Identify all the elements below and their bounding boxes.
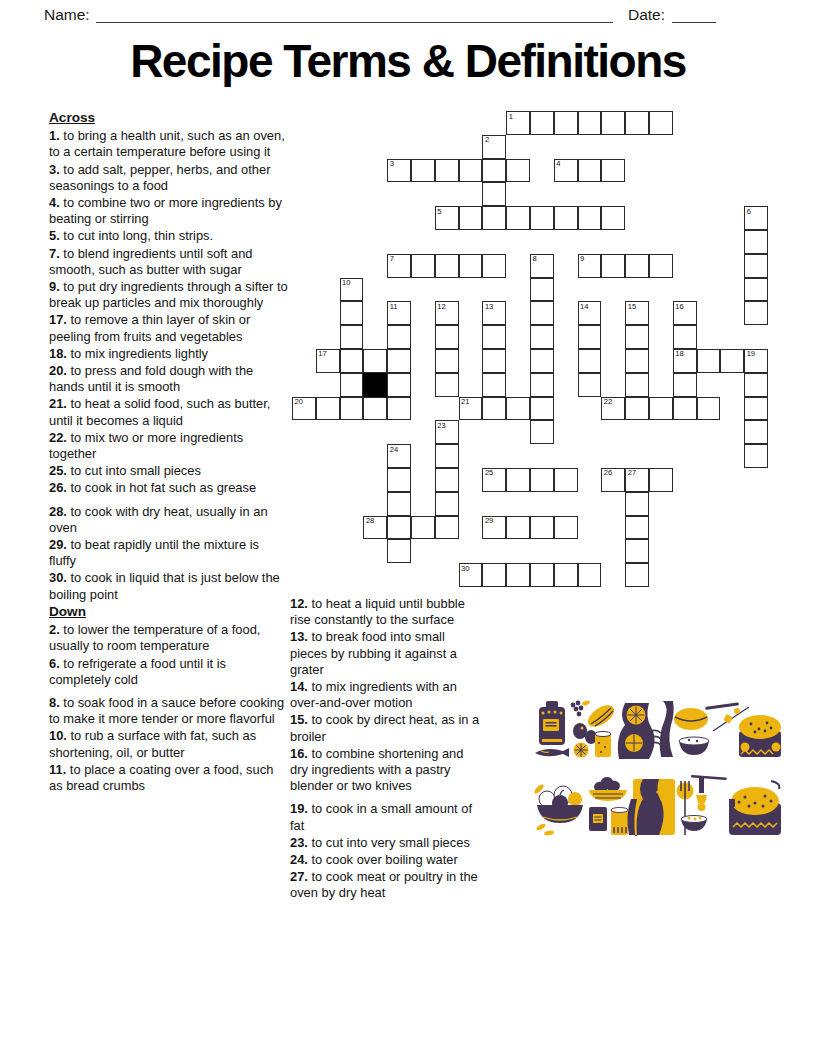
grid-cell-12-9[interactable] (506, 397, 530, 421)
grid-cell-6-14[interactable] (625, 254, 649, 278)
clue-across-26: 26. to cook in hot fat such as grease (49, 480, 289, 496)
grid-cell-4-19[interactable]: 6 (744, 206, 768, 230)
grid-cell-17-6[interactable] (435, 516, 459, 540)
clue-number-label: 20. (49, 363, 67, 378)
clue-number-label: 23. (290, 835, 308, 850)
grid-cell-6-13[interactable] (601, 254, 625, 278)
down-heading: Down (49, 604, 289, 620)
cell-number: 17 (318, 350, 326, 358)
grid-cell-12-15[interactable] (649, 397, 673, 421)
grid-cell-4-12[interactable] (578, 206, 602, 230)
cell-number: 29 (485, 517, 493, 525)
clue-number-label: 25. (49, 463, 67, 478)
cell-number: 7 (390, 255, 394, 263)
grid-cell-10-2[interactable] (340, 349, 364, 373)
clue-column-middle: 12. to heat a liquid until bubble rise c… (290, 596, 480, 903)
grid-cell-10-17[interactable] (697, 349, 721, 373)
clue-down-8: 8. to soak food in a sauce before cookin… (49, 695, 289, 727)
clue-across-7: 7. to blend ingredients until soft and s… (49, 246, 289, 278)
cell-number: 24 (390, 446, 398, 454)
grid-cell-5-19[interactable] (744, 230, 768, 254)
grid-cell-15-13[interactable]: 26 (601, 468, 625, 492)
black-cell-11-3 (363, 373, 387, 397)
grid-cell-4-11[interactable] (554, 206, 578, 230)
grid-cell-17-3[interactable]: 28 (363, 516, 387, 540)
clue-down-11: 11. to place a coating over a food, such… (49, 762, 289, 794)
clue-number-label: 8. (49, 695, 60, 710)
grid-cell-14-6[interactable] (435, 444, 459, 468)
grid-cell-19-10[interactable] (530, 563, 554, 587)
clue-number-label: 6. (49, 656, 60, 671)
clue-down-2: 2. to lower the temperature of a food, u… (49, 622, 289, 654)
grid-cell-2-8[interactable] (482, 159, 506, 183)
clue-across-28: 28. to cook with dry heat, usually in an… (49, 504, 289, 536)
grid-cell-11-16[interactable] (673, 373, 697, 397)
cell-number: 26 (604, 469, 612, 477)
grid-cell-12-16[interactable] (673, 397, 697, 421)
grid-cell-4-6[interactable]: 5 (435, 206, 459, 230)
clue-number-label: 2. (49, 622, 60, 637)
grid-cell-17-10[interactable] (530, 516, 554, 540)
crossword-grid: 1234567891011121314151617181920212223242… (292, 111, 768, 587)
grid-cell-15-10[interactable] (530, 468, 554, 492)
clue-down-15: 15. to cook by direct heat, as in a broi… (290, 712, 480, 744)
clue-column-left: Across 1. to bring a health unit, such a… (49, 110, 289, 795)
grid-cell-17-8[interactable]: 29 (482, 516, 506, 540)
clue-across-5: 5. to cut into long, thin strips. (49, 228, 289, 244)
cell-number: 14 (580, 303, 588, 311)
grid-cell-7-2[interactable]: 10 (340, 278, 364, 302)
cell-number: 16 (675, 303, 683, 311)
cell-number: 4 (556, 160, 560, 168)
clue-down-14: 14. to mix ingredients with an over-and-… (290, 679, 480, 711)
grid-cell-3-8[interactable] (482, 182, 506, 206)
clue-number-label: 19. (290, 801, 308, 816)
grid-cell-10-16[interactable]: 18 (673, 349, 697, 373)
grid-cell-4-9[interactable] (506, 206, 530, 230)
cell-number: 21 (461, 398, 469, 406)
grid-cell-15-8[interactable]: 25 (482, 468, 506, 492)
grid-cell-12-13[interactable]: 22 (601, 397, 625, 421)
grid-cell-12-7[interactable]: 21 (459, 397, 483, 421)
grid-cell-6-10[interactable]: 8 (530, 254, 554, 278)
grid-cell-19-11[interactable] (554, 563, 578, 587)
clue-across-30: 30. to cook in liquid that is just below… (49, 570, 289, 602)
grid-cell-16-14[interactable] (625, 492, 649, 516)
grid-cell-0-13[interactable] (601, 111, 625, 135)
grid-cell-15-6[interactable] (435, 468, 459, 492)
grid-cell-10-3[interactable] (363, 349, 387, 373)
clue-number-label: 14. (290, 679, 308, 694)
down-clue-list-left: 2. to lower the temperature of a food, u… (49, 622, 289, 794)
grid-cell-6-4[interactable]: 7 (387, 254, 411, 278)
cell-number: 13 (485, 303, 493, 311)
grid-cell-0-9[interactable]: 1 (506, 111, 530, 135)
clue-number-label: 24. (290, 852, 308, 867)
down-clue-list-middle: 12. to heat a liquid until bubble rise c… (290, 596, 480, 902)
grid-cell-12-10[interactable] (530, 397, 554, 421)
grid-cell-17-14[interactable] (625, 516, 649, 540)
clue-down-10: 10. to rub a surface with fat, such as s… (49, 728, 289, 760)
grid-cell-17-11[interactable] (554, 516, 578, 540)
clue-number-label: 16. (290, 746, 308, 761)
grid-cell-10-1[interactable]: 17 (316, 349, 340, 373)
grid-cell-10-12[interactable] (578, 349, 602, 373)
clue-across-25: 25. to cut into small pieces (49, 463, 289, 479)
grid-cell-14-19[interactable] (744, 444, 768, 468)
clue-down-13: 13. to break food into small pieces by r… (290, 629, 480, 678)
clue-down-24: 24. to cook over boiling water (290, 852, 480, 868)
grid-cell-7-19[interactable] (744, 278, 768, 302)
grid-cell-15-15[interactable] (649, 468, 673, 492)
grid-cell-15-9[interactable] (506, 468, 530, 492)
grid-cell-9-2[interactable] (340, 325, 364, 349)
clue-number-label: 12. (290, 596, 308, 611)
clue-number-label: 26. (49, 480, 67, 495)
grid-cell-12-2[interactable] (340, 397, 364, 421)
clue-down-19: 19. to cook in a small amount of fat (290, 801, 480, 833)
grid-cell-12-4[interactable] (387, 397, 411, 421)
grid-cell-9-14[interactable] (625, 325, 649, 349)
grid-cell-10-4[interactable] (387, 349, 411, 373)
cell-number: 27 (628, 469, 636, 477)
clue-number-label: 17. (49, 312, 67, 327)
grid-cell-12-1[interactable] (316, 397, 340, 421)
grid-cell-11-6[interactable] (435, 373, 459, 397)
grid-cell-8-19[interactable] (744, 301, 768, 325)
grid-cell-12-17[interactable] (697, 397, 721, 421)
grid-cell-12-14[interactable] (625, 397, 649, 421)
clue-across-29: 29. to beat rapidly until the mixture is… (49, 537, 289, 569)
grid-cell-8-6[interactable]: 12 (435, 301, 459, 325)
grid-cell-0-15[interactable] (649, 111, 673, 135)
grid-cell-17-4[interactable] (387, 516, 411, 540)
grid-cell-7-10[interactable] (530, 278, 554, 302)
clue-across-4: 4. to combine two or more ingredients by… (49, 195, 289, 227)
grid-cell-6-15[interactable] (649, 254, 673, 278)
clue-across-17: 17. to remove a thin layer of skin or pe… (49, 312, 289, 344)
grid-cell-2-13[interactable] (601, 159, 625, 183)
clue-across-3: 3. to add salt, pepper, herbs, and other… (49, 162, 289, 194)
grid-cell-8-10[interactable] (530, 301, 554, 325)
illustration-band-top (535, 700, 781, 759)
grid-cell-6-12[interactable]: 9 (578, 254, 602, 278)
clue-down-23: 23. to cut into very small pieces (290, 835, 480, 851)
page-title: Recipe Terms & Definitions (0, 36, 816, 87)
clue-number-label: 27. (290, 869, 308, 884)
clue-number-label: 7. (49, 246, 60, 261)
clue-number-label: 3. (49, 162, 60, 177)
kitchen-illustration (533, 697, 781, 840)
grid-cell-15-14[interactable]: 27 (625, 468, 649, 492)
cell-number: 20 (295, 398, 303, 406)
cell-number: 6 (747, 208, 751, 216)
grid-cell-2-12[interactable] (578, 159, 602, 183)
grid-cell-11-14[interactable] (625, 373, 649, 397)
grid-cell-6-6[interactable] (435, 254, 459, 278)
clue-number-label: 28. (49, 504, 67, 519)
grid-cell-8-16[interactable]: 16 (673, 301, 697, 325)
grid-cell-9-6[interactable] (435, 325, 459, 349)
cell-number: 8 (532, 255, 536, 263)
grid-cell-8-14[interactable]: 15 (625, 301, 649, 325)
clue-down-12: 12. to heat a liquid until bubble rise c… (290, 596, 480, 628)
clue-down-16: 16. to combine shortening and dry ingred… (290, 746, 480, 795)
clue-number-label: 18. (49, 346, 67, 361)
grid-cell-9-12[interactable] (578, 325, 602, 349)
grid-cell-8-12[interactable]: 14 (578, 301, 602, 325)
clue-across-18: 18. to mix ingredients lightly (49, 346, 289, 362)
grid-cell-2-6[interactable] (435, 159, 459, 183)
clue-across-21: 21. to heat a solid food, such as butter… (49, 396, 289, 428)
clue-across-20: 20. to press and fold dough with the han… (49, 363, 289, 395)
clue-number-label: 22. (49, 430, 67, 445)
grid-cell-17-9[interactable] (506, 516, 530, 540)
grid-cell-2-7[interactable] (459, 159, 483, 183)
grid-cell-15-4[interactable] (387, 468, 411, 492)
clue-number-label: 30. (49, 570, 67, 585)
grid-cell-12-0[interactable]: 20 (292, 397, 316, 421)
cell-number: 30 (461, 565, 469, 573)
grid-cell-0-10[interactable] (530, 111, 554, 135)
clue-number-label: 10. (49, 728, 67, 743)
grid-cell-14-4[interactable]: 24 (387, 444, 411, 468)
grid-cell-19-8[interactable] (482, 563, 506, 587)
grid-cell-19-7[interactable]: 30 (459, 563, 483, 587)
cell-number: 12 (437, 303, 445, 311)
grid-cell-4-7[interactable] (459, 206, 483, 230)
name-blank-line[interactable] (96, 7, 613, 23)
header-row: Name: Date: (44, 6, 716, 25)
grid-cell-17-5[interactable] (411, 516, 435, 540)
grid-cell-9-8[interactable] (482, 325, 506, 349)
clue-down-27: 27. to cook meat or poultry in the oven … (290, 869, 480, 901)
cell-number: 18 (675, 350, 683, 358)
date-blank-line[interactable] (672, 7, 716, 23)
clue-across-22: 22. to mix two or more ingredients toget… (49, 430, 289, 462)
clue-number-label: 4. (49, 195, 60, 210)
grid-cell-4-8[interactable] (482, 206, 506, 230)
clue-number-label: 11. (49, 762, 66, 777)
grid-cell-11-8[interactable] (482, 373, 506, 397)
grid-cell-12-19[interactable] (744, 397, 768, 421)
grid-cell-4-10[interactable] (530, 206, 554, 230)
grid-cell-11-4[interactable] (387, 373, 411, 397)
grid-cell-2-5[interactable] (411, 159, 435, 183)
grid-cell-11-19[interactable] (744, 373, 768, 397)
date-label: Date: (628, 6, 665, 25)
clue-number-label: 13. (290, 629, 308, 644)
clue-number-label: 21. (49, 396, 67, 411)
grid-cell-10-10[interactable] (530, 349, 554, 373)
grid-cell-4-13[interactable] (601, 206, 625, 230)
grid-cell-13-10[interactable] (530, 420, 554, 444)
clue-number-label: 29. (49, 537, 67, 552)
clue-number-label: 5. (49, 228, 60, 243)
grid-cell-12-3[interactable] (363, 397, 387, 421)
clue-across-1: 1. to bring a health unit, such as an ov… (49, 128, 289, 160)
cell-number: 1 (509, 113, 513, 121)
cell-number: 15 (628, 303, 636, 311)
grid-cell-2-11[interactable]: 4 (554, 159, 578, 183)
grid-cell-0-12[interactable] (578, 111, 602, 135)
clue-across-9: 9. to put dry ingredients through a sift… (49, 279, 289, 311)
grid-cell-0-14[interactable] (625, 111, 649, 135)
worksheet-page: Name: Date: Recipe Terms & Definitions 1… (0, 0, 816, 1056)
grid-cell-11-12[interactable] (578, 373, 602, 397)
cell-number: 23 (437, 422, 445, 430)
cell-number: 9 (580, 255, 584, 263)
cell-number: 5 (437, 208, 441, 216)
grid-cell-19-12[interactable] (578, 563, 602, 587)
grid-cell-15-11[interactable] (554, 468, 578, 492)
grid-cell-10-19[interactable]: 19 (744, 349, 768, 373)
cell-number: 11 (390, 303, 398, 311)
grid-cell-9-10[interactable] (530, 325, 554, 349)
cell-number: 28 (366, 517, 374, 525)
grid-cell-13-6[interactable]: 23 (435, 420, 459, 444)
clue-number-label: 15. (290, 712, 308, 727)
clue-number-label: 1. (49, 128, 60, 143)
grid-cell-10-8[interactable] (482, 349, 506, 373)
grid-cell-11-2[interactable] (340, 373, 364, 397)
grid-cell-18-14[interactable] (625, 539, 649, 563)
cell-number: 22 (604, 398, 612, 406)
grid-cell-13-19[interactable] (744, 420, 768, 444)
grid-cell-2-4[interactable]: 3 (387, 159, 411, 183)
grid-cell-8-2[interactable] (340, 301, 364, 325)
grid-cell-6-7[interactable] (459, 254, 483, 278)
grid-cell-16-6[interactable] (435, 492, 459, 516)
grid-cell-19-14[interactable] (625, 563, 649, 587)
grid-cell-8-8[interactable]: 13 (482, 301, 506, 325)
cell-number: 2 (485, 136, 489, 144)
across-clue-list: 1. to bring a health unit, such as an ov… (49, 128, 289, 603)
grid-cell-2-9[interactable] (506, 159, 530, 183)
across-heading: Across (49, 110, 289, 126)
cell-number: 25 (485, 469, 493, 477)
name-label: Name: (44, 6, 90, 25)
clue-down-6: 6. to refrigerate a food until it is com… (49, 656, 289, 688)
cell-number: 10 (342, 279, 350, 287)
grid-cell-6-5[interactable] (411, 254, 435, 278)
grid-cell-16-4[interactable] (387, 492, 411, 516)
illustration-band-bottom (533, 775, 781, 836)
grid-cell-12-8[interactable] (482, 397, 506, 421)
grid-cell-6-19[interactable] (744, 254, 768, 278)
grid-cell-1-8[interactable]: 2 (482, 135, 506, 159)
grid-cell-9-4[interactable] (387, 325, 411, 349)
grid-cell-6-8[interactable] (482, 254, 506, 278)
grid-cell-18-4[interactable] (387, 539, 411, 563)
grid-cell-9-16[interactable] (673, 325, 697, 349)
grid-cell-19-9[interactable] (506, 563, 530, 587)
grid-cell-11-10[interactable] (530, 373, 554, 397)
clue-number-label: 9. (49, 279, 60, 294)
grid-cell-8-4[interactable]: 11 (387, 301, 411, 325)
cell-number: 3 (390, 160, 394, 168)
cell-number: 19 (747, 350, 755, 358)
grid-cell-10-6[interactable] (435, 349, 459, 373)
grid-cell-0-11[interactable] (554, 111, 578, 135)
grid-cell-10-18[interactable] (720, 349, 744, 373)
grid-cell-10-14[interactable] (625, 349, 649, 373)
